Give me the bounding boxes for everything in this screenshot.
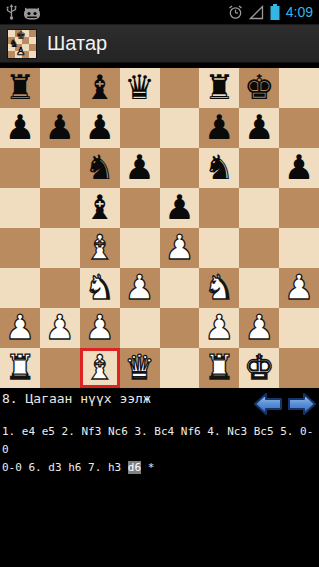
square-a6[interactable] <box>0 148 40 188</box>
square-a5[interactable] <box>0 188 40 228</box>
current-move-highlight[interactable]: d6 <box>128 461 141 474</box>
square-b7[interactable]: ♟ <box>40 108 80 148</box>
black-pawn: ♟ <box>164 187 194 227</box>
square-f8[interactable]: ♜ <box>199 68 239 108</box>
square-b8[interactable] <box>40 68 80 108</box>
square-d6[interactable]: ♟ <box>120 148 160 188</box>
square-e1[interactable] <box>160 348 200 388</box>
square-b3[interactable] <box>40 268 80 308</box>
square-c5[interactable]: ♝ <box>80 188 120 228</box>
right-arrow-icon <box>289 394 315 414</box>
square-a7[interactable]: ♟ <box>0 108 40 148</box>
square-f4[interactable] <box>199 228 239 268</box>
square-g1[interactable]: ♚ <box>239 348 279 388</box>
white-pawn: ♟ <box>84 307 114 347</box>
square-c2[interactable]: ♟ <box>80 308 120 348</box>
moves-line1: 1. e4 e5 2. Nf3 Nc6 3. Bc4 Nf6 4. Nc3 Bc… <box>2 425 313 456</box>
white-pawn: ♟ <box>284 267 314 307</box>
black-bishop: ♝ <box>84 67 114 107</box>
square-g7[interactable]: ♟ <box>239 108 279 148</box>
square-d7[interactable] <box>120 108 160 148</box>
square-g6[interactable] <box>239 148 279 188</box>
white-pawn: ♟ <box>124 267 154 307</box>
usb-icon <box>6 4 17 20</box>
android-status-bar: 4:09 <box>0 0 319 25</box>
white-rook: ♜ <box>5 347 35 387</box>
square-e4[interactable]: ♟ <box>160 228 200 268</box>
black-pawn: ♟ <box>124 147 154 187</box>
white-rook: ♜ <box>204 347 234 387</box>
square-g2[interactable]: ♟ <box>239 308 279 348</box>
black-pawn: ♟ <box>204 107 234 147</box>
app-icon: ♚ ♞ ♙ <box>8 30 36 58</box>
white-bishop: ♝ <box>84 347 114 387</box>
square-b4[interactable] <box>40 228 80 268</box>
square-g3[interactable] <box>239 268 279 308</box>
previous-move-button[interactable] <box>253 391 283 417</box>
square-d5[interactable] <box>120 188 160 228</box>
square-a2[interactable]: ♟ <box>0 308 40 348</box>
square-e6[interactable] <box>160 148 200 188</box>
square-b5[interactable] <box>40 188 80 228</box>
square-d8[interactable]: ♛ <box>120 68 160 108</box>
square-e2[interactable] <box>160 308 200 348</box>
square-h6[interactable]: ♟ <box>279 148 319 188</box>
square-b6[interactable] <box>40 148 80 188</box>
square-a8[interactable]: ♜ <box>0 68 40 108</box>
square-f1[interactable]: ♜ <box>199 348 239 388</box>
square-b1[interactable] <box>40 348 80 388</box>
clock-time: 4:09 <box>286 4 313 20</box>
moves-line2-before: 0-0 6. d3 h6 7. h3 <box>2 461 128 474</box>
black-knight: ♞ <box>84 147 114 187</box>
white-pawn: ♟ <box>5 307 35 347</box>
square-d4[interactable] <box>120 228 160 268</box>
signal-triangle-icon <box>249 5 264 20</box>
white-pawn: ♟ <box>164 227 194 267</box>
black-pawn: ♟ <box>244 107 274 147</box>
white-knight: ♞ <box>204 267 234 307</box>
square-c3[interactable]: ♞ <box>80 268 120 308</box>
square-h3[interactable]: ♟ <box>279 268 319 308</box>
moves-line2-after: * <box>141 461 154 474</box>
square-g8[interactable]: ♚ <box>239 68 279 108</box>
square-h5[interactable] <box>279 188 319 228</box>
black-pawn: ♟ <box>45 107 75 147</box>
app-title: Шатар <box>47 32 107 55</box>
app-title-bar: ♚ ♞ ♙ Шатар <box>0 25 319 63</box>
square-f3[interactable]: ♞ <box>199 268 239 308</box>
square-a3[interactable] <box>0 268 40 308</box>
black-rook: ♜ <box>5 67 35 107</box>
next-move-button[interactable] <box>287 391 317 417</box>
black-rook: ♜ <box>204 67 234 107</box>
square-a4[interactable] <box>0 228 40 268</box>
cyanogenmod-mascot-icon <box>23 5 41 20</box>
square-b2[interactable]: ♟ <box>40 308 80 348</box>
square-a1[interactable]: ♜ <box>0 348 40 388</box>
square-h8[interactable] <box>279 68 319 108</box>
move-list[interactable]: 1. e4 e5 2. Nf3 Nc6 3. Bc4 Nf6 4. Nc3 Bc… <box>0 421 319 477</box>
square-c6[interactable]: ♞ <box>80 148 120 188</box>
square-g5[interactable] <box>239 188 279 228</box>
square-c1[interactable]: ♝ <box>80 348 120 388</box>
black-queen: ♛ <box>124 67 154 107</box>
game-status-text: 8. Цагаан нүүх ээлж <box>2 390 151 407</box>
black-pawn: ♟ <box>5 107 35 147</box>
square-f6[interactable]: ♞ <box>199 148 239 188</box>
square-e3[interactable] <box>160 268 200 308</box>
white-bishop: ♝ <box>84 227 114 267</box>
square-h7[interactable] <box>279 108 319 148</box>
square-d3[interactable]: ♟ <box>120 268 160 308</box>
square-h1[interactable] <box>279 348 319 388</box>
square-c8[interactable]: ♝ <box>80 68 120 108</box>
black-bishop: ♝ <box>84 187 114 227</box>
square-f2[interactable]: ♟ <box>199 308 239 348</box>
white-pawn: ♟ <box>204 307 234 347</box>
white-pawn: ♟ <box>45 307 75 347</box>
alarm-icon <box>228 5 243 20</box>
square-d2[interactable] <box>120 308 160 348</box>
square-h2[interactable] <box>279 308 319 348</box>
black-pawn: ♟ <box>84 107 114 147</box>
white-king: ♚ <box>244 347 274 387</box>
chess-board[interactable]: ♜♝♛♜♚♟♟♟♟♟♞♟♞♟♝♟♝♟♞♟♞♟♟♟♟♟♟♜♝♛♜♚ <box>0 68 319 388</box>
white-pawn: ♟ <box>244 307 274 347</box>
square-f7[interactable]: ♟ <box>199 108 239 148</box>
square-e7[interactable] <box>160 108 200 148</box>
battery-icon <box>270 4 280 20</box>
white-queen: ♛ <box>124 347 154 387</box>
black-knight: ♞ <box>204 147 234 187</box>
square-c7[interactable]: ♟ <box>80 108 120 148</box>
square-e8[interactable] <box>160 68 200 108</box>
black-king: ♚ <box>244 67 274 107</box>
square-c4[interactable]: ♝ <box>80 228 120 268</box>
square-d1[interactable]: ♛ <box>120 348 160 388</box>
left-arrow-icon <box>255 394 281 414</box>
square-e5[interactable]: ♟ <box>160 188 200 228</box>
square-h4[interactable] <box>279 228 319 268</box>
square-f5[interactable] <box>199 188 239 228</box>
white-knight: ♞ <box>84 267 114 307</box>
square-g4[interactable] <box>239 228 279 268</box>
black-pawn: ♟ <box>284 147 314 187</box>
